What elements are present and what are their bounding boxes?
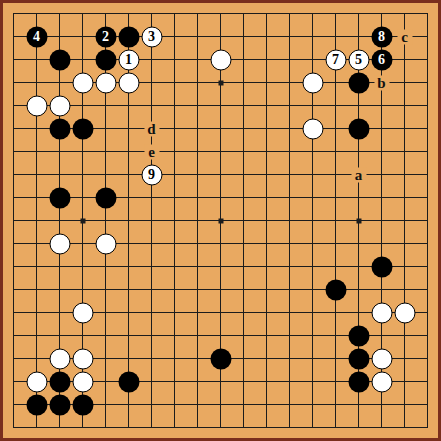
star-point	[356, 218, 361, 223]
white-stone	[49, 233, 70, 254]
white-stone-move-7: 7	[325, 49, 346, 70]
white-stone	[371, 302, 392, 323]
white-stone	[72, 302, 93, 323]
go-board-grid: 423817569abcde	[13, 13, 428, 428]
white-stone	[371, 371, 392, 392]
black-stone-move-4: 4	[26, 26, 47, 47]
black-stone	[72, 118, 93, 139]
black-stone	[95, 49, 116, 70]
black-stone	[348, 348, 369, 369]
point-label-d: d	[144, 121, 159, 136]
black-stone	[49, 118, 70, 139]
star-point	[218, 80, 223, 85]
star-point	[218, 218, 223, 223]
black-stone	[348, 118, 369, 139]
white-stone	[95, 72, 116, 93]
white-stone-move-3: 3	[141, 26, 162, 47]
white-stone	[302, 72, 323, 93]
point-label-b: b	[374, 75, 389, 90]
white-stone	[302, 118, 323, 139]
black-stone	[348, 325, 369, 346]
white-stone	[72, 371, 93, 392]
black-stone-move-8: 8	[371, 26, 392, 47]
white-stone	[210, 49, 231, 70]
black-stone	[210, 348, 231, 369]
white-stone	[26, 95, 47, 116]
black-stone	[49, 49, 70, 70]
black-stone	[95, 187, 116, 208]
black-stone	[72, 394, 93, 415]
black-stone-move-2: 2	[95, 26, 116, 47]
white-stone-move-9: 9	[141, 164, 162, 185]
point-label-e: e	[144, 144, 159, 159]
black-stone	[49, 394, 70, 415]
black-stone	[371, 256, 392, 277]
point-label-c: c	[397, 29, 412, 44]
white-stone	[49, 95, 70, 116]
black-stone	[118, 26, 139, 47]
go-board-diagram: 423817569abcde	[0, 0, 441, 441]
white-stone	[26, 371, 47, 392]
black-stone	[49, 371, 70, 392]
star-point	[80, 218, 85, 223]
white-stone	[95, 233, 116, 254]
white-stone-move-5: 5	[348, 49, 369, 70]
black-stone-move-6: 6	[371, 49, 392, 70]
black-stone	[348, 371, 369, 392]
point-label-a: a	[351, 167, 366, 182]
black-stone	[348, 72, 369, 93]
black-stone	[26, 394, 47, 415]
white-stone	[394, 302, 415, 323]
white-stone	[72, 72, 93, 93]
black-stone	[49, 187, 70, 208]
white-stone	[49, 348, 70, 369]
white-stone	[371, 348, 392, 369]
white-stone-move-1: 1	[118, 49, 139, 70]
white-stone	[118, 72, 139, 93]
black-stone	[325, 279, 346, 300]
white-stone	[72, 348, 93, 369]
black-stone	[118, 371, 139, 392]
